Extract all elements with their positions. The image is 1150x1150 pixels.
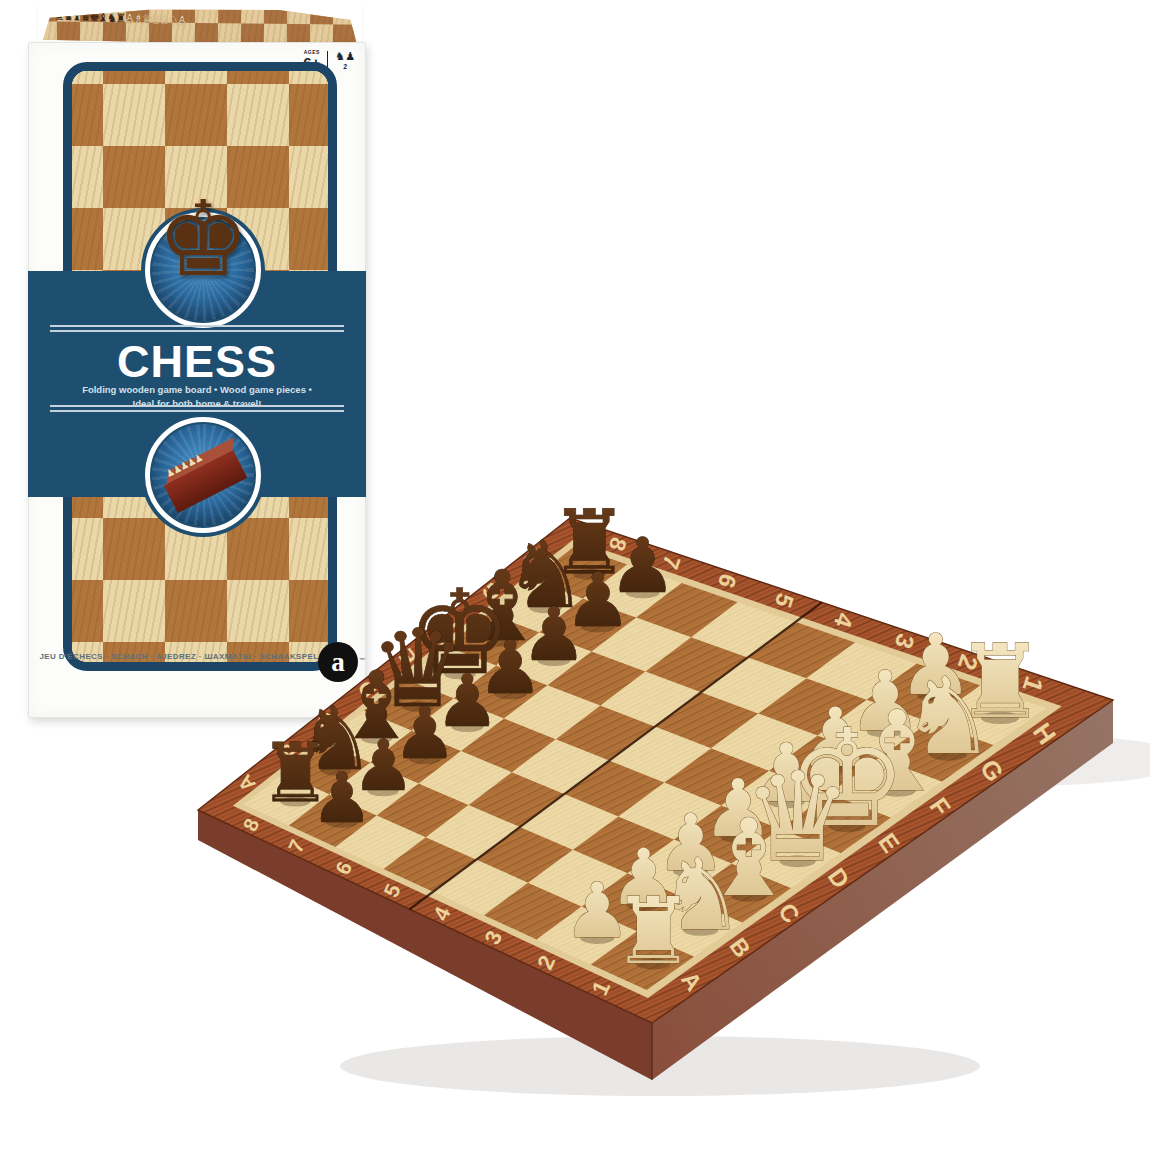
chess-board-photo: 88AA77BB66CC55DD44EE33FF22GG11HH♜♟♞♟♝♟♚♟…	[0, 0, 1150, 1150]
piece-black-pawn-a7[interactable]: ♟	[311, 757, 373, 838]
piece-white-rook-a1[interactable]: ♜	[612, 878, 695, 985]
